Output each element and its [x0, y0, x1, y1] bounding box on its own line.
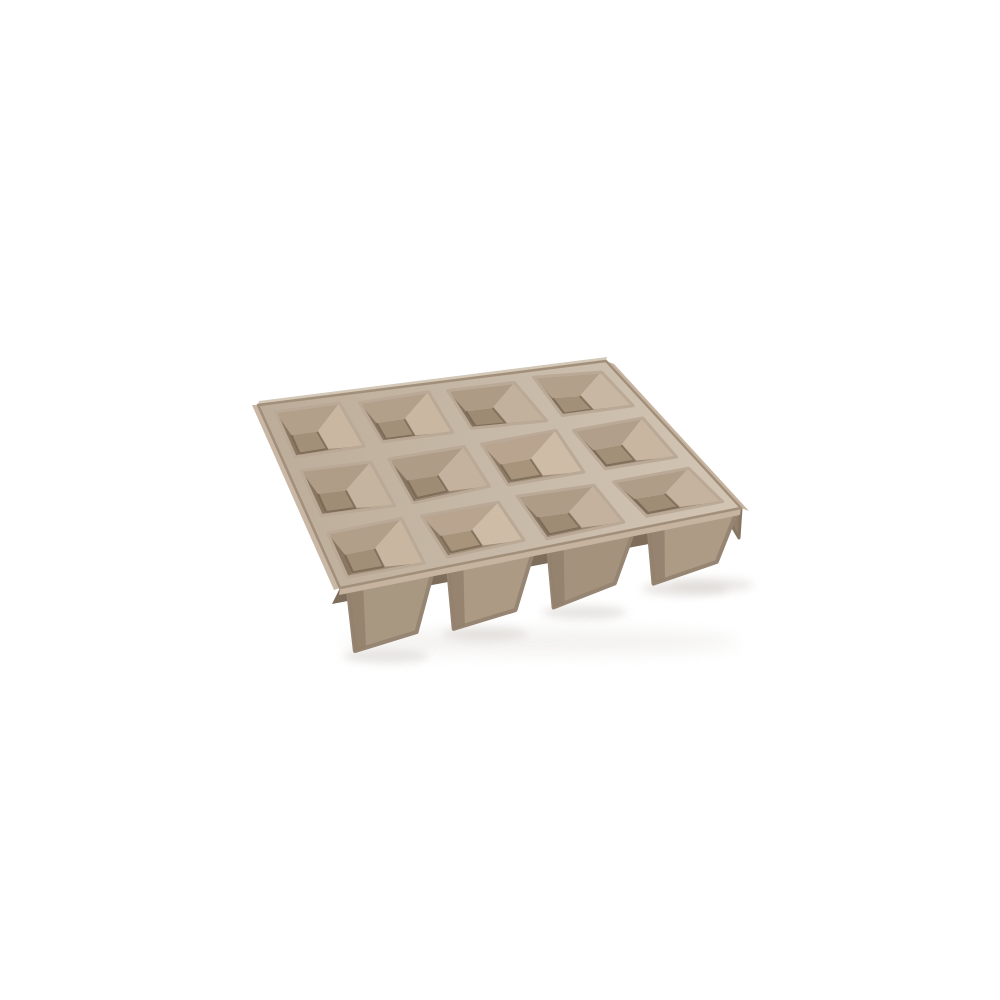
- ground-shadow: [670, 578, 754, 592]
- seed-tray: [252, 357, 754, 663]
- seed-tray-product-image: [0, 0, 1000, 1000]
- product-photo-page: [0, 0, 1000, 1000]
